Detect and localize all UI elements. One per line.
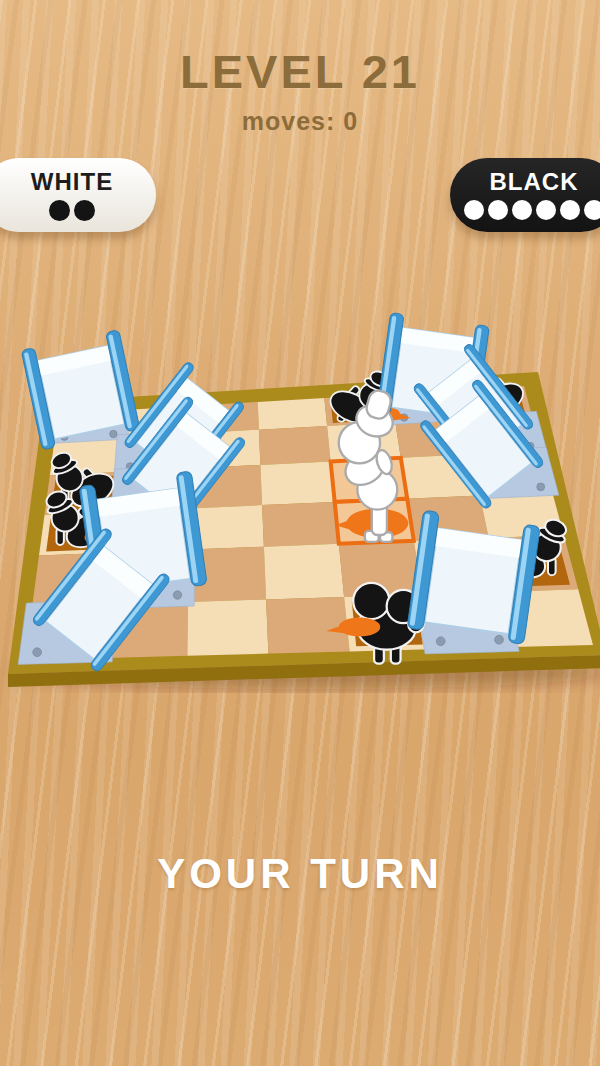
board-square-d6[interactable] (266, 597, 350, 654)
board-square-d2[interactable] (259, 426, 331, 465)
bolt-icon (110, 430, 117, 437)
board-square-d5[interactable] (264, 544, 344, 600)
board-square-d3[interactable] (260, 461, 334, 505)
bolt-icon (537, 483, 545, 491)
board-square-d4[interactable] (262, 502, 339, 547)
bolt-icon (495, 635, 504, 644)
game-board (0, 0, 600, 1066)
game-screen: LEVEL 21 moves: 0 WHITE BLACK YOUR TURN (0, 0, 600, 1066)
turn-banner: YOUR TURN (0, 850, 600, 898)
bolt-icon (436, 637, 445, 646)
bolt-icon (33, 648, 42, 657)
bolt-icon (173, 591, 181, 599)
board-square-c6[interactable] (187, 600, 268, 656)
board-square-d1[interactable] (258, 398, 327, 430)
